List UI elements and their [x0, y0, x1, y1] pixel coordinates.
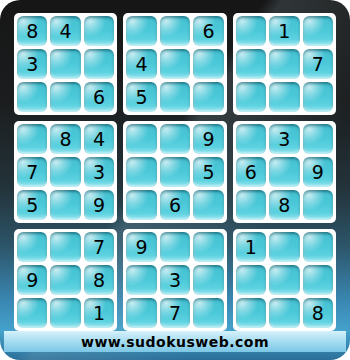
cell-r6c8[interactable]: 8	[269, 190, 299, 220]
cell-r6c6[interactable]	[193, 190, 223, 220]
cell-r1c6[interactable]: 6	[193, 16, 223, 46]
cell-r2c5[interactable]	[160, 49, 190, 79]
cell-r4c3[interactable]: 4	[84, 124, 114, 154]
box-4: 847359	[14, 121, 117, 223]
cell-r7c4[interactable]: 9	[126, 232, 156, 262]
box-1: 8436	[14, 13, 117, 115]
cell-r2c7[interactable]	[236, 49, 266, 79]
cell-r5c7[interactable]: 6	[236, 157, 266, 187]
site-link[interactable]: www.sudokusweb.com	[4, 331, 346, 352]
box-6: 3698	[233, 121, 336, 223]
cell-r7c9[interactable]	[303, 232, 333, 262]
cell-r9c1[interactable]	[17, 298, 47, 328]
box-3: 17	[233, 13, 336, 115]
cell-r2c3[interactable]	[84, 49, 114, 79]
cell-r1c5[interactable]	[160, 16, 190, 46]
cell-r8c3[interactable]: 8	[84, 265, 114, 295]
cell-r8c8[interactable]	[269, 265, 299, 295]
cell-r4c7[interactable]	[236, 124, 266, 154]
cell-r3c6[interactable]	[193, 82, 223, 112]
cell-r8c4[interactable]	[126, 265, 156, 295]
cell-r9c6[interactable]	[193, 298, 223, 328]
cell-r2c6[interactable]	[193, 49, 223, 79]
cell-r8c9[interactable]	[303, 265, 333, 295]
cell-r3c8[interactable]	[269, 82, 299, 112]
cell-r9c8[interactable]	[269, 298, 299, 328]
cell-r1c7[interactable]	[236, 16, 266, 46]
cell-r8c5[interactable]: 3	[160, 265, 190, 295]
cell-r6c2[interactable]	[50, 190, 80, 220]
cell-r7c1[interactable]	[17, 232, 47, 262]
cell-r6c5[interactable]: 6	[160, 190, 190, 220]
cell-r5c6[interactable]: 5	[193, 157, 223, 187]
cell-r3c7[interactable]	[236, 82, 266, 112]
cell-r1c9[interactable]	[303, 16, 333, 46]
cell-r5c4[interactable]	[126, 157, 156, 187]
cell-r6c7[interactable]	[236, 190, 266, 220]
cell-r9c9[interactable]: 8	[303, 298, 333, 328]
cell-r7c7[interactable]: 1	[236, 232, 266, 262]
cell-r7c2[interactable]	[50, 232, 80, 262]
cell-r4c2[interactable]: 8	[50, 124, 80, 154]
cell-r2c1[interactable]: 3	[17, 49, 47, 79]
cell-r8c2[interactable]	[50, 265, 80, 295]
cell-r3c9[interactable]	[303, 82, 333, 112]
cell-r4c1[interactable]	[17, 124, 47, 154]
box-9: 18	[233, 229, 336, 331]
cell-r4c5[interactable]	[160, 124, 190, 154]
cell-r1c2[interactable]: 4	[50, 16, 80, 46]
cell-r6c9[interactable]	[303, 190, 333, 220]
cell-r1c3[interactable]	[84, 16, 114, 46]
cell-r9c3[interactable]: 1	[84, 298, 114, 328]
cell-r3c2[interactable]	[50, 82, 80, 112]
cell-r4c4[interactable]	[126, 124, 156, 154]
cell-r8c1[interactable]: 9	[17, 265, 47, 295]
cell-r1c1[interactable]: 8	[17, 16, 47, 46]
cell-r5c9[interactable]: 9	[303, 157, 333, 187]
sudoku-app: 8436645178473599563698798193718 www.sudo…	[0, 0, 350, 360]
cell-r9c5[interactable]: 7	[160, 298, 190, 328]
cell-r5c8[interactable]	[269, 157, 299, 187]
cell-r7c5[interactable]	[160, 232, 190, 262]
box-2: 645	[123, 13, 226, 115]
cell-r5c3[interactable]: 3	[84, 157, 114, 187]
cell-r5c1[interactable]: 7	[17, 157, 47, 187]
cell-r9c7[interactable]	[236, 298, 266, 328]
box-8: 937	[123, 229, 226, 331]
cell-r3c4[interactable]: 5	[126, 82, 156, 112]
cell-r2c8[interactable]	[269, 49, 299, 79]
board-frame: 8436645178473599563698798193718 www.sudo…	[0, 0, 350, 360]
cell-r7c3[interactable]: 7	[84, 232, 114, 262]
cell-r9c2[interactable]	[50, 298, 80, 328]
cell-r2c9[interactable]: 7	[303, 49, 333, 79]
cell-r6c1[interactable]: 5	[17, 190, 47, 220]
box-5: 956	[123, 121, 226, 223]
cell-r2c2[interactable]	[50, 49, 80, 79]
cell-r3c5[interactable]	[160, 82, 190, 112]
cell-r1c4[interactable]	[126, 16, 156, 46]
cell-r5c5[interactable]	[160, 157, 190, 187]
cell-r7c6[interactable]	[193, 232, 223, 262]
cell-r5c2[interactable]	[50, 157, 80, 187]
cell-r8c6[interactable]	[193, 265, 223, 295]
sudoku-board: 8436645178473599563698798193718	[14, 13, 336, 331]
cell-r2c4[interactable]: 4	[126, 49, 156, 79]
site-link-label: www.sudokusweb.com	[81, 334, 269, 350]
cell-r3c3[interactable]: 6	[84, 82, 114, 112]
cell-r9c4[interactable]	[126, 298, 156, 328]
cell-r8c7[interactable]	[236, 265, 266, 295]
cell-r3c1[interactable]	[17, 82, 47, 112]
cell-r6c3[interactable]: 9	[84, 190, 114, 220]
cell-r1c8[interactable]: 1	[269, 16, 299, 46]
cell-r4c9[interactable]	[303, 124, 333, 154]
cell-r6c4[interactable]	[126, 190, 156, 220]
cell-r4c8[interactable]: 3	[269, 124, 299, 154]
cell-r4c6[interactable]: 9	[193, 124, 223, 154]
cell-r7c8[interactable]	[269, 232, 299, 262]
box-7: 7981	[14, 229, 117, 331]
